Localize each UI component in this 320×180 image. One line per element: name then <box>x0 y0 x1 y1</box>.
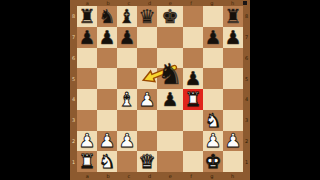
board-square-h5[interactable] <box>223 68 243 89</box>
board-square-e1[interactable] <box>157 151 183 172</box>
coordinate-label: 1 <box>70 151 77 172</box>
board-square-c3[interactable] <box>117 110 137 131</box>
coordinate-label: f <box>181 172 202 180</box>
board-square-c5[interactable] <box>117 68 137 89</box>
board-square-g3[interactable]: ♞ <box>203 110 223 131</box>
board-square-f4[interactable]: ♜ <box>183 89 203 110</box>
file-labels-bottom: abcdefgh <box>77 172 243 180</box>
board-square-g6[interactable] <box>203 48 223 69</box>
black-pawn: ♟ <box>184 69 201 88</box>
board-square-g8[interactable] <box>203 6 223 27</box>
white-king: ♚ <box>204 152 221 171</box>
board-square-a1[interactable]: ♜ <box>77 151 97 172</box>
coordinate-label: 8 <box>243 6 250 27</box>
black-rook: ♜ <box>224 7 241 26</box>
board-square-g7[interactable]: ♟ <box>203 27 223 48</box>
board-square-a3[interactable] <box>77 110 97 131</box>
white-pawn: ♟ <box>118 131 135 150</box>
white-queen: ♛ <box>138 152 155 171</box>
board-square-g2[interactable]: ♟ <box>203 131 223 152</box>
coordinate-label: 6 <box>243 48 250 69</box>
white-pawn: ♟ <box>98 131 115 150</box>
coordinate-label: b <box>98 172 119 180</box>
board-square-b8[interactable]: ♞ <box>97 6 117 27</box>
black-knight: ♞ <box>98 7 115 26</box>
board-square-b5[interactable] <box>97 68 117 89</box>
black-queen: ♛ <box>138 7 155 26</box>
board-square-d7[interactable] <box>137 27 157 48</box>
white-rook: ♜ <box>78 152 95 171</box>
board-square-b4[interactable] <box>97 89 117 110</box>
white-knight: ♞ <box>98 152 115 171</box>
board-square-a8[interactable]: ♜ <box>77 6 97 27</box>
coordinate-label: 7 <box>70 27 77 48</box>
corner-marker <box>243 1 247 5</box>
coordinate-label: 4 <box>243 89 250 110</box>
board-square-e3[interactable] <box>157 110 183 131</box>
rank-labels-left: 87654321 <box>70 6 77 172</box>
black-pawn: ♟ <box>98 28 115 47</box>
board-square-a4[interactable] <box>77 89 97 110</box>
coordinate-label: c <box>119 172 140 180</box>
board-square-h6[interactable] <box>223 48 243 69</box>
board-square-h3[interactable] <box>223 110 243 131</box>
board-square-a6[interactable] <box>77 48 97 69</box>
black-king: ♚ <box>161 7 178 26</box>
white-pawn: ♟ <box>204 131 221 150</box>
white-bishop: ♝ <box>118 90 135 109</box>
board-square-h4[interactable] <box>223 89 243 110</box>
coordinate-label: e <box>160 172 181 180</box>
black-knight: ♞ <box>157 60 183 89</box>
board-square-g5[interactable] <box>203 68 223 89</box>
white-pawn: ♟ <box>138 90 155 109</box>
white-pawn: ♟ <box>78 131 95 150</box>
black-rook: ♜ <box>78 7 95 26</box>
board-square-b6[interactable] <box>97 48 117 69</box>
board-square-f8[interactable] <box>183 6 203 27</box>
coordinate-label: h <box>222 172 243 180</box>
board-square-h1[interactable] <box>223 151 243 172</box>
board-square-b1[interactable]: ♞ <box>97 151 117 172</box>
rank-labels-right: 87654321 <box>243 6 250 172</box>
board-square-d3[interactable] <box>137 110 157 131</box>
coordinate-label: d <box>139 172 160 180</box>
board-square-b7[interactable]: ♟ <box>97 27 117 48</box>
board-square-c1[interactable] <box>117 151 137 172</box>
board-square-c2[interactable]: ♟ <box>117 131 137 152</box>
board-square-d2[interactable] <box>137 131 157 152</box>
white-pawn: ♟ <box>224 131 241 150</box>
coordinate-label: 5 <box>70 68 77 89</box>
board-square-c7[interactable]: ♟ <box>117 27 137 48</box>
coordinate-label: 7 <box>243 27 250 48</box>
board-square-h2[interactable]: ♟ <box>223 131 243 152</box>
coordinate-label: 3 <box>243 110 250 131</box>
board-square-e7[interactable] <box>157 27 183 48</box>
coordinate-label: g <box>202 172 223 180</box>
black-pawn: ♟ <box>204 28 221 47</box>
board-square-c4[interactable]: ♝ <box>117 89 137 110</box>
board-square-a2[interactable]: ♟ <box>77 131 97 152</box>
board-square-a5[interactable] <box>77 68 97 89</box>
board-square-f5[interactable]: ♟ <box>183 68 203 89</box>
coordinate-label: 6 <box>70 48 77 69</box>
chess-board: abcdefgh abcdefgh 87654321 87654321 ♜♞♝♛… <box>70 0 250 180</box>
board-square-f6[interactable] <box>183 48 203 69</box>
board-square-f7[interactable] <box>183 27 203 48</box>
board-square-g4[interactable] <box>203 89 223 110</box>
black-bishop: ♝ <box>118 7 135 26</box>
coordinate-label: 8 <box>70 6 77 27</box>
board-square-d1[interactable]: ♛ <box>137 151 157 172</box>
black-pawn: ♟ <box>224 28 241 47</box>
board-square-e2[interactable] <box>157 131 183 152</box>
board-square-d4[interactable]: ♟ <box>137 89 157 110</box>
board-square-g1[interactable]: ♚ <box>203 151 223 172</box>
board-square-b2[interactable]: ♟ <box>97 131 117 152</box>
board-square-f3[interactable] <box>183 110 203 131</box>
board-square-h8[interactable]: ♜ <box>223 6 243 27</box>
board-square-f1[interactable] <box>183 151 203 172</box>
coordinate-label: 5 <box>243 68 250 89</box>
board-square-e8[interactable]: ♚ <box>157 6 183 27</box>
board-square-c8[interactable]: ♝ <box>117 6 137 27</box>
board-square-b3[interactable] <box>97 110 117 131</box>
board-square-d6[interactable] <box>137 48 157 69</box>
white-rook: ♜ <box>184 90 201 109</box>
black-pawn: ♟ <box>118 28 135 47</box>
board-square-e5[interactable]: ♞ <box>157 68 183 89</box>
coordinate-label: 1 <box>243 151 250 172</box>
board-grid: ♜♞♝♛♚♜♟♟♟♟♟♞♟♝♟♟♜♞♟♟♟♟♟♜♞♛♚ <box>77 6 243 172</box>
board-square-c6[interactable] <box>117 48 137 69</box>
page-background: abcdefgh abcdefgh 87654321 87654321 ♜♞♝♛… <box>0 0 320 180</box>
coordinate-label: 4 <box>70 89 77 110</box>
board-square-e4[interactable]: ♟ <box>157 89 183 110</box>
coordinate-label: 2 <box>70 131 77 152</box>
coordinate-label: a <box>77 172 98 180</box>
coordinate-label: 2 <box>243 131 250 152</box>
board-square-f2[interactable] <box>183 131 203 152</box>
board-square-h7[interactable]: ♟ <box>223 27 243 48</box>
board-square-d5[interactable] <box>137 68 157 89</box>
white-knight: ♞ <box>204 111 221 130</box>
board-square-d8[interactable]: ♛ <box>137 6 157 27</box>
black-pawn: ♟ <box>161 90 178 109</box>
board-square-a7[interactable]: ♟ <box>77 27 97 48</box>
coordinate-label: 3 <box>70 110 77 131</box>
black-pawn: ♟ <box>78 28 95 47</box>
